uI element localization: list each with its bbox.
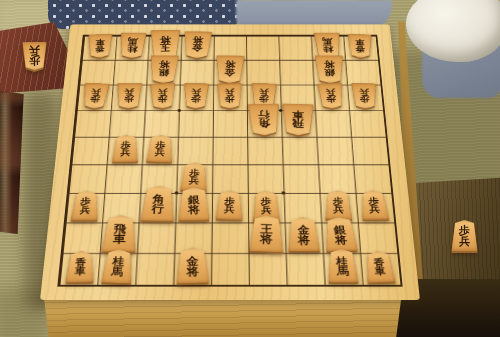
piece-face: 香車 — [87, 34, 113, 58]
piece-face: 飛車 — [282, 104, 315, 136]
piece-face: 歩兵 — [183, 83, 210, 109]
piece-sente-gold[interactable]: 金将 — [175, 247, 209, 282]
square-38[interactable]: 金将 — [285, 222, 323, 253]
square-15[interactable] — [351, 137, 388, 164]
piece-sente-lance[interactable]: 香車 — [64, 251, 95, 282]
piece-gote-knight[interactable]: 桂馬 — [118, 33, 146, 58]
square-96[interactable] — [69, 164, 107, 192]
square-53[interactable]: 歩兵 — [213, 85, 247, 111]
square-73[interactable]: 歩兵 — [145, 85, 180, 111]
piece-sente-rook[interactable]: 飛車 — [101, 215, 138, 251]
piece-gote-pawn[interactable]: 歩兵 — [81, 83, 109, 108]
square-23[interactable]: 歩兵 — [314, 85, 349, 111]
piece-face: 金将 — [215, 55, 245, 83]
square-52[interactable]: 金将 — [213, 60, 246, 85]
square-13[interactable]: 歩兵 — [347, 85, 383, 111]
piece-gote-rook[interactable]: 飛車 — [282, 104, 316, 135]
piece-face: 香車 — [65, 251, 96, 283]
piece-sente-knight[interactable]: 桂馬 — [101, 249, 134, 283]
piece-gote-gold[interactable]: 金将 — [183, 32, 212, 59]
square-92[interactable] — [79, 60, 114, 85]
piece-sente-pawn[interactable]: 歩兵 — [111, 135, 139, 162]
square-79[interactable] — [135, 253, 174, 285]
piece-face: 桂馬 — [118, 33, 147, 59]
square-49[interactable] — [249, 253, 287, 285]
piece-sente-pawn[interactable]: 歩兵 — [70, 191, 100, 220]
square-61[interactable]: 金将 — [181, 36, 214, 60]
square-83[interactable]: 歩兵 — [111, 85, 146, 111]
piece-face: 歩兵 — [324, 191, 353, 221]
square-24[interactable] — [315, 110, 351, 137]
piece-face: 歩兵 — [359, 191, 390, 221]
square-72[interactable]: 銀将 — [146, 60, 180, 85]
piece-face: 金将 — [176, 247, 210, 283]
piece-sente-bishop[interactable]: 角行 — [140, 186, 175, 221]
piece-gote-pawn[interactable]: 歩兵 — [183, 83, 209, 108]
piece-face: 香車 — [364, 250, 396, 282]
piece-face: 歩兵 — [180, 162, 209, 191]
piece-face: 桂馬 — [326, 249, 359, 283]
piece-face: 歩兵 — [146, 135, 175, 163]
piece-face: 香車 — [348, 34, 374, 58]
square-18[interactable] — [358, 222, 398, 253]
square-22[interactable]: 銀将 — [312, 60, 347, 85]
piece-gote-knight[interactable]: 桂馬 — [314, 33, 342, 58]
square-77[interactable]: 角行 — [139, 193, 176, 223]
piece-face: 歩兵 — [351, 83, 378, 109]
piece-face: 銀将 — [322, 217, 358, 252]
piece-face: 歩兵 — [22, 42, 47, 70]
piece-face: 金将 — [287, 217, 321, 251]
square-57[interactable]: 歩兵 — [212, 193, 249, 223]
square-16[interactable] — [353, 164, 391, 192]
square-14[interactable] — [349, 110, 386, 137]
piece-face: 歩兵 — [216, 191, 245, 221]
square-85[interactable]: 歩兵 — [107, 137, 144, 164]
piece-face: 桂馬 — [313, 33, 342, 59]
square-86[interactable] — [105, 164, 142, 192]
piece-face: 銀将 — [148, 55, 179, 83]
square-31[interactable] — [279, 36, 313, 60]
piece-gote-pawn[interactable]: 歩兵 — [318, 83, 345, 108]
square-89[interactable]: 桂馬 — [97, 253, 137, 285]
piece-gote-pawn[interactable]: 歩兵 — [351, 83, 379, 108]
piece-sente-gold[interactable]: 金将 — [287, 217, 321, 251]
square-44[interactable]: 角行 — [247, 110, 282, 137]
square-55[interactable] — [212, 137, 247, 164]
piece-gote-silver[interactable]: 銀将 — [148, 56, 178, 84]
square-19[interactable]: 香車 — [360, 253, 400, 285]
square-39[interactable] — [286, 253, 325, 285]
square-91[interactable]: 香車 — [82, 36, 117, 60]
shogi-scene: 歩兵 香車桂馬玉将金将桂馬香車銀将金将銀将歩兵歩兵歩兵歩兵歩兵歩兵歩兵歩兵角行飛… — [0, 0, 500, 337]
square-12[interactable] — [345, 60, 380, 85]
square-65[interactable] — [177, 137, 213, 164]
piece-face: 王将 — [249, 215, 284, 252]
piece-gote-pawn[interactable]: 歩兵 — [115, 83, 142, 108]
piece-face: 歩兵 — [81, 83, 110, 109]
captured-pawn-gote[interactable]: 歩兵 — [22, 42, 47, 70]
square-17[interactable]: 歩兵 — [355, 193, 394, 223]
piece-face: 桂馬 — [100, 249, 134, 283]
piece-sente-lance[interactable]: 香車 — [364, 251, 395, 282]
piece-face: 角行 — [248, 104, 282, 136]
piece-face: 歩兵 — [111, 135, 139, 163]
piece-face: 銀将 — [314, 55, 344, 83]
square-29[interactable]: 桂馬 — [323, 253, 363, 285]
square-97[interactable]: 歩兵 — [66, 193, 105, 223]
square-84[interactable] — [109, 110, 145, 137]
wooden-table-leg — [0, 90, 26, 234]
piece-face: 銀将 — [178, 188, 210, 221]
square-54[interactable] — [213, 110, 248, 137]
piece-gote-king[interactable]: 玉将 — [149, 30, 181, 58]
piece-face: 歩兵 — [217, 83, 243, 109]
square-35[interactable] — [282, 137, 318, 164]
shogi-board: 香車桂馬玉将金将桂馬香車銀将金将銀将歩兵歩兵歩兵歩兵歩兵歩兵歩兵歩兵角行飛車歩兵… — [40, 24, 420, 300]
square-58[interactable] — [211, 222, 248, 253]
gote-hand-area: 歩兵 — [22, 42, 47, 70]
square-36[interactable] — [283, 164, 320, 192]
piece-face: 歩兵 — [150, 83, 176, 109]
piece-face: 歩兵 — [451, 220, 478, 251]
piece-gote-pawn[interactable]: 歩兵 — [149, 83, 176, 108]
square-95[interactable] — [72, 137, 109, 164]
square-46[interactable] — [248, 164, 284, 192]
square-32[interactable] — [279, 60, 313, 85]
square-25[interactable] — [317, 137, 354, 164]
square-48[interactable]: 王将 — [248, 222, 286, 253]
square-41[interactable] — [246, 36, 279, 60]
piece-sente-silver[interactable]: 銀将 — [323, 217, 358, 251]
square-26[interactable] — [318, 164, 355, 192]
piece-gote-lance[interactable]: 香車 — [86, 34, 113, 58]
piece-gote-pawn[interactable]: 歩兵 — [217, 83, 243, 108]
sente-hand-area: 歩兵 — [451, 220, 478, 251]
piece-face: 歩兵 — [115, 83, 142, 108]
piece-sente-king[interactable]: 王将 — [249, 215, 284, 251]
piece-sente-pawn[interactable]: 歩兵 — [324, 191, 353, 220]
square-75[interactable]: 歩兵 — [142, 137, 178, 164]
square-59[interactable] — [211, 253, 249, 285]
square-67[interactable]: 銀将 — [175, 193, 212, 223]
piece-sente-silver[interactable]: 銀将 — [177, 188, 210, 221]
square-69[interactable]: 金将 — [173, 253, 211, 285]
piece-face: 歩兵 — [70, 191, 100, 220]
square-42[interactable] — [246, 60, 280, 85]
square-56[interactable] — [212, 164, 248, 192]
square-81[interactable]: 桂馬 — [115, 36, 149, 60]
square-78[interactable] — [137, 222, 175, 253]
square-11[interactable]: 香車 — [343, 36, 378, 60]
square-64[interactable] — [178, 110, 213, 137]
piece-sente-knight[interactable]: 桂馬 — [326, 249, 359, 283]
piece-sente-pawn[interactable]: 歩兵 — [146, 135, 174, 162]
square-45[interactable] — [247, 137, 283, 164]
square-93[interactable]: 歩兵 — [77, 85, 113, 111]
piece-sente-pawn[interactable]: 歩兵 — [216, 191, 244, 220]
piece-face: 飛車 — [101, 215, 138, 251]
piece-gote-silver[interactable]: 銀将 — [314, 56, 345, 84]
piece-sente-pawn[interactable]: 歩兵 — [360, 191, 390, 220]
square-99[interactable]: 香車 — [60, 253, 100, 285]
square-94[interactable] — [74, 110, 111, 137]
square-34[interactable]: 飛車 — [281, 110, 316, 137]
piece-sente-pawn[interactable]: 歩兵 — [181, 163, 209, 191]
square-98[interactable] — [63, 222, 103, 253]
board-grid: 香車桂馬玉将金将桂馬香車銀将金将銀将歩兵歩兵歩兵歩兵歩兵歩兵歩兵歩兵角行飛車歩兵… — [57, 35, 402, 287]
piece-gote-gold[interactable]: 金将 — [215, 56, 244, 84]
piece-gote-lance[interactable]: 香車 — [347, 34, 374, 58]
piece-gote-bishop[interactable]: 角行 — [248, 104, 281, 135]
square-74[interactable] — [143, 110, 178, 137]
square-62[interactable] — [180, 60, 214, 85]
square-63[interactable]: 歩兵 — [179, 85, 213, 111]
square-82[interactable] — [113, 60, 148, 85]
piece-face: 歩兵 — [317, 83, 345, 109]
board-front-face — [38, 296, 424, 337]
piece-face: 角行 — [140, 186, 176, 221]
captured-pawn-sente[interactable]: 歩兵 — [451, 220, 478, 251]
piece-face: 金将 — [182, 31, 212, 59]
